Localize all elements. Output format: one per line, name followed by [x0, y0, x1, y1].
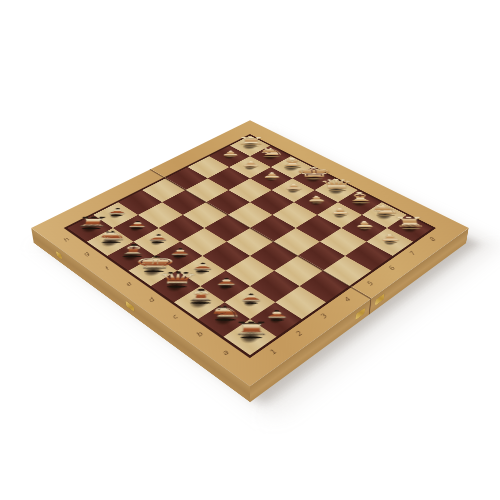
piece-glyph: ♜	[235, 136, 266, 146]
file-label-e: e	[120, 279, 137, 290]
rank-label-8: 8	[424, 235, 439, 244]
piece-glyph: ♟	[262, 172, 283, 179]
piece-glyph: ♟	[241, 160, 262, 167]
file-label-b: b	[190, 328, 208, 340]
piece-figure: ♟	[318, 207, 362, 215]
file-label-a: a	[216, 346, 235, 359]
piece-figure: ♜	[232, 136, 271, 146]
rank-label-3: 3	[315, 311, 332, 323]
rank-label-5: 5	[361, 278, 378, 289]
piece-glyph: ♟	[353, 220, 377, 229]
piece-figure: ♟	[273, 183, 315, 191]
rank-label-4: 4	[339, 294, 356, 305]
rank-label-1: 1	[264, 346, 282, 359]
fold-seam-edge	[369, 298, 372, 314]
piece-figure: ♟	[231, 160, 271, 167]
piece-glyph: ♟	[283, 183, 305, 191]
rank-label-2: 2	[290, 328, 308, 340]
piece-figure: ♟	[211, 150, 251, 157]
piece-glyph: ♜	[73, 215, 112, 229]
piece-figure: ♝	[338, 191, 382, 203]
file-label-c: c	[166, 311, 184, 323]
product-photo-scene: hgfedcba12345678 ♜♟♟♜♞♟♟♞♝♟♟♝♚♟♟♚♛♟♟♛♝♟♟…	[0, 0, 500, 500]
file-label-g: g	[77, 249, 94, 259]
piece-figure: ♟	[342, 220, 387, 229]
piece-glyph: ♝	[342, 191, 378, 203]
brass-clasp	[126, 301, 135, 312]
chess-board-3d: hgfedcba12345678 ♜♟♟♜♞♟♟♞♝♟♟♝♚♟♟♚♛♟♟♛♝♟♟…	[31, 120, 469, 386]
brass-hinge	[375, 294, 384, 306]
piece-figure: ♟	[295, 195, 338, 203]
piece-glyph: ♟	[305, 195, 328, 203]
brass-fitting	[56, 251, 62, 260]
piece-figure: ♟	[252, 172, 293, 179]
piece-glyph: ♜	[390, 215, 429, 229]
piece-figure: ♜	[69, 215, 116, 229]
brass-hinge	[355, 308, 365, 320]
file-label-d: d	[142, 295, 160, 306]
piece-figure: ♜	[386, 215, 433, 229]
piece-glyph: ♟	[220, 150, 241, 157]
piece-glyph: ♟	[329, 207, 352, 215]
file-label-h: h	[58, 235, 74, 244]
rank-label-7: 7	[404, 249, 420, 259]
rank-label-6: 6	[383, 263, 399, 273]
file-label-f: f	[98, 264, 115, 274]
